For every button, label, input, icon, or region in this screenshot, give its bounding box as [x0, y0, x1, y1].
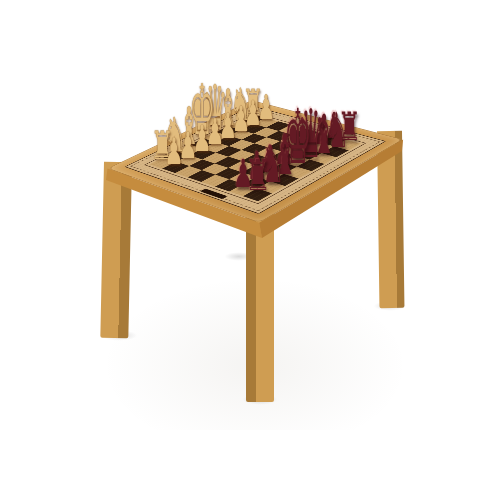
- table-leg-front: [246, 212, 274, 402]
- board-insert: [124, 106, 386, 214]
- product-photo-stage: ♜♞♝♛♚♝♞♜♟♟♟♟♟♟♟♟♟♟♟♟♟♟♟♟♜♞♝♛♚♝♞♜: [0, 0, 500, 500]
- table-leg-left: [100, 162, 132, 339]
- table-top: [108, 100, 404, 223]
- table-leg-right: [377, 131, 404, 308]
